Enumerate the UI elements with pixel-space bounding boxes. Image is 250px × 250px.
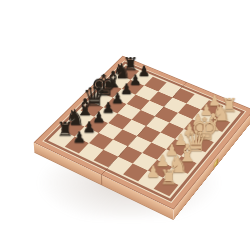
chess-set-photo: ♜♞♝♛♚♝♞♜♟♟♟♟♟♟♟♟♟♟♟♟♟♟♟♟♜♞♝♛♚♝♞♜	[0, 0, 250, 250]
piece-black-pawn: ♟	[62, 131, 97, 146]
square-a1: ♜	[154, 178, 179, 197]
piece-white-rook: ♜	[150, 168, 186, 188]
